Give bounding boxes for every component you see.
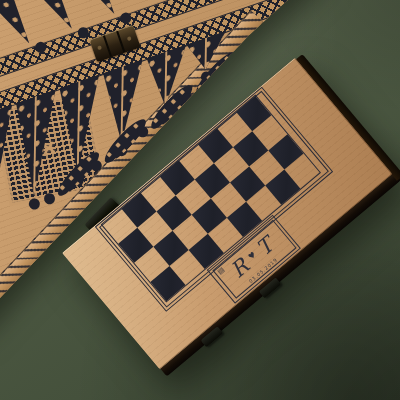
- backgammon-board: [0, 0, 400, 363]
- board-square: [137, 212, 172, 247]
- point-tip-dot: [159, 107, 173, 121]
- chess-case: ▤ R♥T 03.05.2019: [62, 58, 393, 370]
- board-square: [102, 208, 137, 243]
- point-tip-dot: [89, 159, 103, 173]
- board-square: [208, 218, 243, 253]
- backgammon-point: [146, 44, 187, 113]
- backgammon-point: [186, 31, 226, 77]
- board-square: [265, 170, 300, 205]
- board-square: [176, 179, 211, 214]
- board-square: [230, 166, 265, 201]
- backgammon-clasp: [85, 197, 121, 234]
- initial-right: T: [252, 233, 279, 261]
- point-tip-dot: [43, 192, 57, 206]
- hinge-icon: [89, 25, 140, 63]
- board-square: [236, 96, 271, 131]
- case-latch-1: [201, 326, 224, 347]
- plaque-date: 03.05.2019: [236, 247, 291, 294]
- board-square: [121, 192, 156, 227]
- opposing-point-tip: [53, 148, 104, 201]
- board-square: [233, 131, 268, 166]
- plaque-initials: R♥T: [213, 221, 293, 293]
- backgammon-outer-rim: [0, 10, 265, 342]
- board-square: [227, 202, 262, 237]
- board-square: [198, 128, 233, 163]
- engraved-border: [95, 87, 333, 312]
- backgammon-field: [0, 0, 280, 4]
- point-tip-dot: [180, 91, 194, 105]
- heart-icon: ♥: [243, 247, 262, 265]
- maker-stamp-icon: ▤: [217, 267, 227, 277]
- board-square: [160, 160, 195, 195]
- backgammon-point: [14, 89, 55, 203]
- wood-sheen: [62, 58, 393, 370]
- backgammon-point: [58, 74, 99, 179]
- board-square: [140, 176, 175, 211]
- board-square: [134, 247, 169, 282]
- opposing-point-tip: [191, 47, 242, 100]
- backgammon-point: [0, 104, 12, 224]
- personalization-plaque: ▤ R♥T 03.05.2019: [207, 215, 301, 304]
- ornament-band-top: [0, 0, 318, 114]
- point-tip-dot: [199, 70, 213, 84]
- board-square: [246, 186, 281, 221]
- board-square: [156, 196, 191, 231]
- case-latch-2: [259, 277, 282, 298]
- backgammon-face: [0, 0, 400, 363]
- board-square: [169, 250, 204, 285]
- far-half-point: [6, 0, 89, 36]
- board-square: [189, 234, 224, 269]
- ornament-band-bottom: [0, 0, 329, 144]
- board-square: [284, 153, 319, 188]
- point-tip-dot: [71, 173, 85, 187]
- point-tip-dot: [136, 125, 150, 139]
- board-square: [211, 183, 246, 218]
- opposing-point-tip: [100, 115, 151, 168]
- point-tip-dot: [115, 144, 129, 158]
- board-square: [249, 150, 284, 185]
- qr-code-medallion: [0, 95, 103, 203]
- vignette-overlay: [0, 0, 400, 400]
- case-side: [160, 171, 400, 376]
- board-square: [268, 134, 303, 169]
- board-square: [153, 231, 188, 266]
- product-photo-scene: ▤ R♥T 03.05.2019: [0, 0, 400, 400]
- chess-case-wrap: ▤ R♥T 03.05.2019: [0, 0, 400, 400]
- initial-left: R: [226, 253, 254, 282]
- chess-board-lid: ▤ R♥T 03.05.2019: [62, 58, 393, 370]
- backgammon-board-wrap: [0, 0, 400, 400]
- point-tip-dot: [119, 11, 133, 25]
- board-square: [252, 115, 287, 150]
- far-half-point: [48, 0, 131, 21]
- board-square: [192, 199, 227, 234]
- point-tip-dot: [76, 26, 90, 40]
- board-square: [150, 266, 185, 301]
- opposing-point-tip: [147, 81, 198, 134]
- backgammon-point: [102, 59, 143, 149]
- board-square: [179, 144, 214, 179]
- board-square: [195, 163, 230, 198]
- board-square: [217, 112, 252, 147]
- point-tip-dot: [28, 197, 42, 211]
- case-side-right: [295, 54, 400, 181]
- point-tip-dot: [34, 40, 48, 54]
- board-square: [214, 147, 249, 182]
- board-square: [173, 215, 208, 250]
- chess-grid: [102, 96, 319, 301]
- far-half-point: [0, 0, 46, 51]
- board-square: [118, 228, 153, 263]
